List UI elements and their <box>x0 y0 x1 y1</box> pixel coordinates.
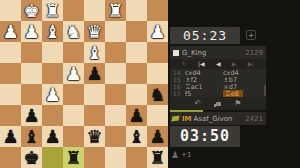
pawn-icon: ♟ <box>171 149 179 161</box>
bottom-player-clock: 03:50 <box>170 126 240 147</box>
white-color-icon <box>173 50 179 56</box>
square[interactable] <box>147 63 168 84</box>
square[interactable] <box>0 147 21 168</box>
black-piece: ♟ <box>0 126 21 147</box>
bottom-player-row[interactable]: IM Asaf_Givon 2421 <box>170 112 266 125</box>
square[interactable]: ♟ <box>21 21 42 42</box>
square[interactable] <box>42 147 63 168</box>
bottom-player-rating: 2421 <box>245 115 266 123</box>
move-list[interactable]: 14cxd4cxd415♗f2♗b716♖ac1♕d717f5♖e8 <box>170 69 266 97</box>
square[interactable]: ♟ <box>42 126 63 147</box>
square[interactable] <box>105 126 126 147</box>
top-player-rating: 2129 <box>245 49 266 57</box>
chess-board[interactable]: ♚♜♜♟♟♝♞♛♟♝♟♟♟♞♟♟♟♝♟♛♝♟♚♜♜ <box>0 0 168 168</box>
square[interactable] <box>63 0 84 21</box>
white-piece: ♞ <box>63 21 84 42</box>
square[interactable]: ♞ <box>147 84 168 105</box>
white-piece: ♚ <box>21 0 42 21</box>
square[interactable] <box>63 42 84 63</box>
bottom-player-name: Asaf_Givon <box>194 115 233 123</box>
square[interactable] <box>105 147 126 168</box>
game-actions-bar: ↶ ⚑ <box>170 97 266 110</box>
black-piece: ♜ <box>63 147 84 168</box>
square[interactable] <box>0 63 21 84</box>
square[interactable] <box>63 105 84 126</box>
square[interactable]: ♟ <box>147 126 168 147</box>
square[interactable]: ♟ <box>84 63 105 84</box>
square[interactable] <box>105 21 126 42</box>
square[interactable] <box>105 84 126 105</box>
flip-board-icon[interactable]: ↻ <box>182 59 187 69</box>
square[interactable]: ♟ <box>147 21 168 42</box>
square[interactable]: ♟ <box>126 105 147 126</box>
next-move-icon[interactable]: ▶ <box>232 59 237 69</box>
square[interactable] <box>105 42 126 63</box>
material-advantage: ♟ +1 <box>171 149 191 161</box>
square[interactable] <box>84 147 105 168</box>
square[interactable] <box>0 105 21 126</box>
square[interactable] <box>0 0 21 21</box>
square[interactable] <box>42 42 63 63</box>
white-piece: ♟ <box>0 21 21 42</box>
move-list-scrollbar[interactable] <box>264 85 266 96</box>
top-player-clock: 05:23 <box>170 27 240 44</box>
square[interactable] <box>42 105 63 126</box>
square[interactable]: ♝ <box>84 42 105 63</box>
square[interactable] <box>105 63 126 84</box>
square[interactable]: ♟ <box>0 126 21 147</box>
top-player-row[interactable]: G_King 2129 <box>170 46 266 60</box>
square[interactable]: ♝ <box>42 21 63 42</box>
black-piece: ♟ <box>147 126 168 147</box>
top-player-name: G_King <box>182 49 206 57</box>
black-piece: ♟ <box>21 105 42 126</box>
white-piece: ♟ <box>42 84 63 105</box>
square[interactable] <box>0 84 21 105</box>
player-status-icon <box>171 116 179 122</box>
black-piece: ♜ <box>147 147 168 168</box>
white-piece: ♝ <box>84 42 105 63</box>
square[interactable] <box>126 63 147 84</box>
black-piece: ♛ <box>84 126 105 147</box>
square[interactable]: ♜ <box>63 147 84 168</box>
move-number: 15 <box>170 76 185 83</box>
black-piece: ♚ <box>21 147 42 168</box>
square[interactable] <box>84 105 105 126</box>
white-piece: ♛ <box>84 21 105 42</box>
square[interactable]: ♝ <box>21 126 42 147</box>
square[interactable] <box>63 126 84 147</box>
square[interactable] <box>126 84 147 105</box>
black-piece: ♟ <box>84 63 105 84</box>
black-piece: ♟ <box>42 126 63 147</box>
move-number: 14 <box>170 69 185 76</box>
black-piece: ♝ <box>126 126 147 147</box>
replay-controls: ↻|◀◀▶▶| <box>170 59 266 69</box>
previous-move-icon[interactable]: ◀ <box>216 59 221 69</box>
square[interactable] <box>126 21 147 42</box>
square[interactable] <box>147 105 168 126</box>
square[interactable]: ♜ <box>105 0 126 21</box>
square[interactable] <box>63 84 84 105</box>
takeback-icon[interactable]: ↶ <box>195 97 202 110</box>
square[interactable]: ♟ <box>63 63 84 84</box>
square[interactable] <box>126 0 147 21</box>
last-move-icon[interactable]: ▶| <box>248 59 255 69</box>
move-number: 17 <box>170 90 185 97</box>
square[interactable]: ♛ <box>84 126 105 147</box>
square[interactable]: ♟ <box>21 105 42 126</box>
thumbs-up-icon[interactable] <box>214 101 221 107</box>
black-piece: ♝ <box>21 126 42 147</box>
material-count: +1 <box>181 151 191 159</box>
white-piece: ♟ <box>63 63 84 84</box>
square[interactable]: ♟ <box>0 21 21 42</box>
square[interactable]: ♞ <box>63 21 84 42</box>
white-piece: ♟ <box>21 21 42 42</box>
square[interactable] <box>0 42 21 63</box>
square[interactable]: ♝ <box>126 126 147 147</box>
white-piece: ♜ <box>42 0 63 21</box>
square[interactable]: ♜ <box>42 0 63 21</box>
bottom-player-title: IM <box>182 115 192 123</box>
square[interactable] <box>84 84 105 105</box>
square[interactable] <box>84 0 105 21</box>
black-piece: ♟ <box>126 105 147 126</box>
square[interactable]: ♚ <box>21 147 42 168</box>
move-row: 17f5♖e8 <box>170 90 266 97</box>
first-move-icon[interactable]: |◀ <box>198 59 205 69</box>
white-piece: ♟ <box>147 21 168 42</box>
square[interactable] <box>21 42 42 63</box>
square[interactable] <box>147 0 168 21</box>
square[interactable]: ♟ <box>42 84 63 105</box>
white-piece: ♝ <box>42 21 63 42</box>
square[interactable] <box>21 84 42 105</box>
square[interactable]: ♛ <box>84 21 105 42</box>
square[interactable] <box>21 63 42 84</box>
square[interactable] <box>147 42 168 63</box>
square[interactable] <box>126 42 147 63</box>
square[interactable] <box>105 105 126 126</box>
square[interactable]: ♚ <box>21 0 42 21</box>
square[interactable] <box>126 147 147 168</box>
square[interactable]: ♜ <box>147 147 168 168</box>
white-piece: ♜ <box>105 0 126 21</box>
black-piece: ♞ <box>147 84 168 105</box>
resign-flag-icon[interactable]: ⚑ <box>234 97 241 110</box>
move-number: 16 <box>170 83 185 90</box>
add-time-button[interactable]: + <box>246 30 256 40</box>
game-info-panel: 05:23 + G_King 2129 ↻|◀◀▶▶| 14cxd4cxd415… <box>168 0 300 168</box>
square[interactable] <box>42 63 63 84</box>
